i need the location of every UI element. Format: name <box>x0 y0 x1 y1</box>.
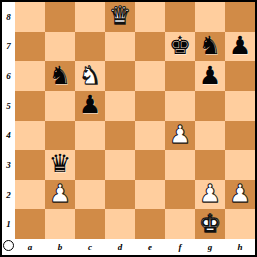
square-b3[interactable]: ♛ <box>45 150 75 180</box>
square-a7[interactable] <box>15 32 45 62</box>
square-c6[interactable]: ♞ <box>75 61 105 91</box>
square-d2[interactable] <box>105 180 135 210</box>
square-g4[interactable] <box>195 121 225 151</box>
square-a5[interactable] <box>15 91 45 121</box>
square-f3[interactable] <box>165 150 195 180</box>
square-d3[interactable] <box>105 150 135 180</box>
black-knight-b6[interactable]: ♞ <box>49 63 71 88</box>
file-label-c: c <box>75 239 105 255</box>
square-e6[interactable] <box>135 61 165 91</box>
square-c2[interactable] <box>75 180 105 210</box>
rank-label-4: 4 <box>2 121 15 151</box>
square-g7[interactable]: ♞ <box>195 32 225 62</box>
square-g1[interactable]: ♚ <box>195 209 225 239</box>
square-e4[interactable] <box>135 121 165 151</box>
black-pawn-g6[interactable]: ♟ <box>199 63 221 88</box>
square-f2[interactable] <box>165 180 195 210</box>
file-label-b: b <box>45 239 75 255</box>
square-c5[interactable]: ♟ <box>75 91 105 121</box>
square-b1[interactable] <box>45 209 75 239</box>
square-d5[interactable] <box>105 91 135 121</box>
white-king-g1[interactable]: ♚ <box>199 211 221 236</box>
white-pawn-h2[interactable]: ♟ <box>229 181 251 206</box>
rank-label-1: 1 <box>2 209 15 239</box>
square-b8[interactable] <box>45 2 75 32</box>
square-a3[interactable] <box>15 150 45 180</box>
rank-label-5: 5 <box>2 91 15 121</box>
square-e8[interactable] <box>135 2 165 32</box>
white-queen-d8[interactable]: ♛ <box>109 3 131 28</box>
square-h2[interactable]: ♟ <box>225 180 255 210</box>
file-label-d: d <box>105 239 135 255</box>
square-b7[interactable] <box>45 32 75 62</box>
square-c1[interactable] <box>75 209 105 239</box>
square-f6[interactable] <box>165 61 195 91</box>
square-h4[interactable] <box>225 121 255 151</box>
square-h5[interactable] <box>225 91 255 121</box>
file-label-h: h <box>225 239 255 255</box>
square-f1[interactable] <box>165 209 195 239</box>
chess-board: ♛♚♞♟♞♞♟♟♟♛♟♟♟♚ <box>15 2 255 239</box>
square-c4[interactable] <box>75 121 105 151</box>
square-f7[interactable]: ♚ <box>165 32 195 62</box>
square-e1[interactable] <box>135 209 165 239</box>
square-g8[interactable] <box>195 2 225 32</box>
square-g6[interactable]: ♟ <box>195 61 225 91</box>
rank-labels: 87654321 <box>2 2 15 239</box>
chess-diagram: 87654321 ♛♚♞♟♞♞♟♟♟♛♟♟♟♚ abcdefgh <box>0 0 257 257</box>
square-a4[interactable] <box>15 121 45 151</box>
square-c3[interactable] <box>75 150 105 180</box>
black-pawn-c5[interactable]: ♟ <box>79 92 101 117</box>
white-pawn-b2[interactable]: ♟ <box>49 181 71 206</box>
square-c7[interactable] <box>75 32 105 62</box>
square-b6[interactable]: ♞ <box>45 61 75 91</box>
black-king-f7[interactable]: ♚ <box>169 33 191 58</box>
square-f4[interactable]: ♟ <box>165 121 195 151</box>
rank-label-3: 3 <box>2 150 15 180</box>
square-g3[interactable] <box>195 150 225 180</box>
square-a6[interactable] <box>15 61 45 91</box>
white-knight-c6[interactable]: ♞ <box>79 63 101 88</box>
white-pawn-f4[interactable]: ♟ <box>169 122 191 147</box>
square-g5[interactable] <box>195 91 225 121</box>
square-d4[interactable] <box>105 121 135 151</box>
square-a2[interactable] <box>15 180 45 210</box>
square-f8[interactable] <box>165 2 195 32</box>
white-to-move-indicator <box>3 240 14 251</box>
square-h8[interactable] <box>225 2 255 32</box>
black-pawn-h7[interactable]: ♟ <box>229 33 251 58</box>
file-label-f: f <box>165 239 195 255</box>
square-b4[interactable] <box>45 121 75 151</box>
square-e5[interactable] <box>135 91 165 121</box>
square-f5[interactable] <box>165 91 195 121</box>
square-d1[interactable] <box>105 209 135 239</box>
file-labels: abcdefgh <box>15 239 255 255</box>
square-h7[interactable]: ♟ <box>225 32 255 62</box>
square-d6[interactable] <box>105 61 135 91</box>
square-e3[interactable] <box>135 150 165 180</box>
black-knight-g7[interactable]: ♞ <box>199 33 221 58</box>
square-h1[interactable] <box>225 209 255 239</box>
square-c8[interactable] <box>75 2 105 32</box>
white-pawn-g2[interactable]: ♟ <box>199 181 221 206</box>
file-label-a: a <box>15 239 45 255</box>
square-a1[interactable] <box>15 209 45 239</box>
rank-label-7: 7 <box>2 32 15 62</box>
square-h6[interactable] <box>225 61 255 91</box>
rank-label-2: 2 <box>2 180 15 210</box>
corner-cell <box>2 239 15 255</box>
square-e2[interactable] <box>135 180 165 210</box>
rank-label-8: 8 <box>2 2 15 32</box>
square-b5[interactable] <box>45 91 75 121</box>
black-queen-b3[interactable]: ♛ <box>49 151 71 176</box>
square-g2[interactable]: ♟ <box>195 180 225 210</box>
square-d7[interactable] <box>105 32 135 62</box>
square-a8[interactable] <box>15 2 45 32</box>
square-b2[interactable]: ♟ <box>45 180 75 210</box>
square-h3[interactable] <box>225 150 255 180</box>
file-label-g: g <box>195 239 225 255</box>
square-d8[interactable]: ♛ <box>105 2 135 32</box>
square-e7[interactable] <box>135 32 165 62</box>
rank-label-6: 6 <box>2 61 15 91</box>
file-label-e: e <box>135 239 165 255</box>
